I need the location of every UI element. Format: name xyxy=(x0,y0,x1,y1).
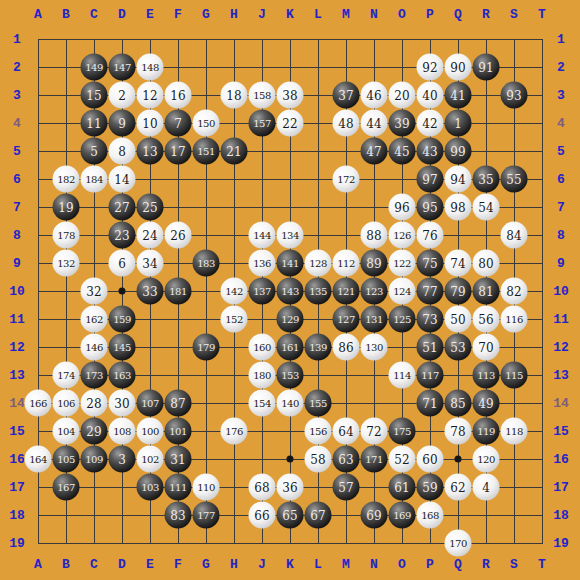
move-number: 158 xyxy=(253,90,271,100)
col-label-top-K: K xyxy=(286,7,294,22)
stone-R15-move-119: 119 xyxy=(473,418,500,445)
col-label-bottom-A: A xyxy=(34,557,42,572)
col-label-top-Q: Q xyxy=(454,7,462,22)
move-number: 41 xyxy=(450,89,465,101)
move-number: 31 xyxy=(170,453,185,465)
move-number: 56 xyxy=(478,313,493,325)
col-label-bottom-G: G xyxy=(202,557,210,572)
move-number: 122 xyxy=(393,258,411,268)
stone-P6-move-97: 97 xyxy=(417,166,444,193)
stone-B9-move-132: 132 xyxy=(53,250,80,277)
row-label-left-8: 8 xyxy=(13,228,21,243)
stone-Q2-move-90: 90 xyxy=(445,54,472,81)
move-number: 110 xyxy=(197,482,215,492)
move-number: 4 xyxy=(482,481,490,493)
stone-E2-move-148: 148 xyxy=(137,54,164,81)
stone-P17-move-59: 59 xyxy=(417,474,444,501)
stone-N16-move-171: 171 xyxy=(361,446,388,473)
row-label-right-17: 17 xyxy=(553,480,569,495)
move-number: 88 xyxy=(366,229,381,241)
stone-E7-move-25: 25 xyxy=(137,194,164,221)
stone-N9-move-89: 89 xyxy=(361,250,388,277)
move-number: 148 xyxy=(141,62,159,72)
move-number: 40 xyxy=(422,89,437,101)
stone-G12-move-179: 179 xyxy=(193,334,220,361)
move-number: 149 xyxy=(85,62,103,72)
stone-J4-move-157: 157 xyxy=(249,110,276,137)
stone-C12-move-146: 146 xyxy=(81,334,108,361)
move-number: 168 xyxy=(421,510,439,520)
move-number: 156 xyxy=(309,426,327,436)
row-label-right-15: 15 xyxy=(553,424,569,439)
stone-D14-move-30: 30 xyxy=(109,390,136,417)
stone-R6-move-35: 35 xyxy=(473,166,500,193)
move-number: 184 xyxy=(85,174,103,184)
move-number: 118 xyxy=(505,426,523,436)
stone-N18-move-69: 69 xyxy=(361,502,388,529)
row-label-left-3: 3 xyxy=(13,88,21,103)
stone-P4-move-42: 42 xyxy=(417,110,444,137)
stone-F16-move-31: 31 xyxy=(165,446,192,473)
move-number: 55 xyxy=(506,173,521,185)
move-number: 125 xyxy=(393,314,411,324)
col-label-bottom-O: O xyxy=(398,557,406,572)
move-number: 37 xyxy=(338,89,353,101)
move-number: 23 xyxy=(114,229,129,241)
move-number: 30 xyxy=(114,397,129,409)
stone-K12-move-161: 161 xyxy=(277,334,304,361)
col-label-top-T: T xyxy=(538,7,546,22)
row-label-right-18: 18 xyxy=(553,508,569,523)
stone-M6-move-172: 172 xyxy=(333,166,360,193)
stone-K14-move-140: 140 xyxy=(277,390,304,417)
move-number: 32 xyxy=(86,285,101,297)
move-number: 9 xyxy=(118,117,126,129)
stone-L16-move-58: 58 xyxy=(305,446,332,473)
stone-L14-move-155: 155 xyxy=(305,390,332,417)
stone-S3-move-93: 93 xyxy=(501,82,528,109)
stone-O11-move-125: 125 xyxy=(389,306,416,333)
move-number: 177 xyxy=(197,510,215,520)
stone-J3-move-158: 158 xyxy=(249,82,276,109)
move-number: 82 xyxy=(506,285,521,297)
move-number: 73 xyxy=(422,313,437,325)
move-number: 119 xyxy=(477,426,495,436)
row-label-left-17: 17 xyxy=(9,480,25,495)
col-label-bottom-B: B xyxy=(62,557,70,572)
move-number: 76 xyxy=(422,229,437,241)
col-label-top-O: O xyxy=(398,7,406,22)
move-number: 26 xyxy=(170,229,185,241)
move-number: 155 xyxy=(309,398,327,408)
col-label-bottom-T: T xyxy=(538,557,546,572)
col-label-bottom-P: P xyxy=(426,557,434,572)
stone-K11-move-129: 129 xyxy=(277,306,304,333)
move-number: 86 xyxy=(338,341,353,353)
move-number: 94 xyxy=(450,173,465,185)
move-number: 7 xyxy=(174,117,182,129)
stone-F18-move-83: 83 xyxy=(165,502,192,529)
stone-N15-move-72: 72 xyxy=(361,418,388,445)
stone-O17-move-61: 61 xyxy=(389,474,416,501)
stone-Q19-move-170: 170 xyxy=(445,530,472,557)
stone-N3-move-46: 46 xyxy=(361,82,388,109)
move-number: 72 xyxy=(366,425,381,437)
stone-B13-move-174: 174 xyxy=(53,362,80,389)
stone-D8-move-23: 23 xyxy=(109,222,136,249)
col-label-top-R: R xyxy=(482,7,490,22)
row-label-left-13: 13 xyxy=(9,368,25,383)
move-number: 182 xyxy=(57,174,75,184)
row-label-left-5: 5 xyxy=(13,144,21,159)
col-label-top-G: G xyxy=(202,7,210,22)
col-label-bottom-E: E xyxy=(146,557,154,572)
stone-H3-move-18: 18 xyxy=(221,82,248,109)
stone-Q14-move-85: 85 xyxy=(445,390,472,417)
move-number: 139 xyxy=(309,342,327,352)
move-number: 179 xyxy=(197,342,215,352)
stone-P12-move-51: 51 xyxy=(417,334,444,361)
stone-F15-move-101: 101 xyxy=(165,418,192,445)
stone-M17-move-57: 57 xyxy=(333,474,360,501)
move-number: 10 xyxy=(142,117,157,129)
move-number: 49 xyxy=(478,397,493,409)
move-number: 66 xyxy=(254,509,269,521)
row-label-right-19: 19 xyxy=(553,536,569,551)
stone-L15-move-156: 156 xyxy=(305,418,332,445)
move-number: 147 xyxy=(113,62,131,72)
move-number: 102 xyxy=(141,454,159,464)
move-number: 19 xyxy=(58,201,73,213)
stone-M10-move-121: 121 xyxy=(333,278,360,305)
col-label-top-B: B xyxy=(62,7,70,22)
star-point-Q16 xyxy=(455,456,462,463)
stone-O18-move-169: 169 xyxy=(389,502,416,529)
stone-D13-move-163: 163 xyxy=(109,362,136,389)
move-number: 6 xyxy=(118,257,126,269)
move-number: 78 xyxy=(450,425,465,437)
col-label-bottom-L: L xyxy=(314,557,322,572)
move-number: 166 xyxy=(29,398,47,408)
move-number: 98 xyxy=(450,201,465,213)
stone-E16-move-102: 102 xyxy=(137,446,164,473)
row-label-right-10: 10 xyxy=(553,284,569,299)
stone-D15-move-108: 108 xyxy=(109,418,136,445)
move-number: 16 xyxy=(170,89,185,101)
move-number: 164 xyxy=(29,454,47,464)
move-number: 142 xyxy=(225,286,243,296)
move-number: 44 xyxy=(366,117,381,129)
move-number: 90 xyxy=(450,61,465,73)
stone-K4-move-22: 22 xyxy=(277,110,304,137)
move-number: 43 xyxy=(422,145,437,157)
move-number: 115 xyxy=(505,370,523,380)
row-label-right-16: 16 xyxy=(553,452,569,467)
move-number: 108 xyxy=(113,426,131,436)
row-label-right-1: 1 xyxy=(557,32,565,47)
move-number: 129 xyxy=(281,314,299,324)
col-label-bottom-K: K xyxy=(286,557,294,572)
stone-P18-move-168: 168 xyxy=(417,502,444,529)
col-label-top-D: D xyxy=(118,7,126,22)
move-number: 50 xyxy=(450,313,465,325)
move-number: 5 xyxy=(90,145,98,157)
stone-L12-move-139: 139 xyxy=(305,334,332,361)
stone-S13-move-115: 115 xyxy=(501,362,528,389)
stone-D7-move-27: 27 xyxy=(109,194,136,221)
stone-R11-move-56: 56 xyxy=(473,306,500,333)
row-label-right-4: 4 xyxy=(557,116,565,131)
stone-S15-move-118: 118 xyxy=(501,418,528,445)
move-number: 136 xyxy=(253,258,271,268)
row-label-left-7: 7 xyxy=(13,200,21,215)
move-number: 157 xyxy=(253,118,271,128)
stone-G18-move-177: 177 xyxy=(193,502,220,529)
move-number: 69 xyxy=(366,509,381,521)
stone-O13-move-114: 114 xyxy=(389,362,416,389)
move-number: 84 xyxy=(506,229,521,241)
stone-O4-move-39: 39 xyxy=(389,110,416,137)
move-number: 116 xyxy=(505,314,523,324)
move-number: 117 xyxy=(421,370,439,380)
stone-Q7-move-98: 98 xyxy=(445,194,472,221)
move-number: 14 xyxy=(114,173,129,185)
stone-K3-move-38: 38 xyxy=(277,82,304,109)
move-number: 171 xyxy=(365,454,383,464)
move-number: 120 xyxy=(477,454,495,464)
col-label-top-M: M xyxy=(342,7,350,22)
move-number: 75 xyxy=(422,257,437,269)
move-number: 103 xyxy=(141,482,159,492)
stone-F14-move-87: 87 xyxy=(165,390,192,417)
stone-C2-move-149: 149 xyxy=(81,54,108,81)
stone-M15-move-64: 64 xyxy=(333,418,360,445)
stone-B17-move-167: 167 xyxy=(53,474,80,501)
stone-G5-move-151: 151 xyxy=(193,138,220,165)
row-label-left-15: 15 xyxy=(9,424,25,439)
move-number: 134 xyxy=(281,230,299,240)
move-number: 89 xyxy=(366,257,381,269)
move-number: 114 xyxy=(393,370,411,380)
stone-P9-move-75: 75 xyxy=(417,250,444,277)
stone-R12-move-70: 70 xyxy=(473,334,500,361)
move-number: 99 xyxy=(450,145,465,157)
stone-B15-move-104: 104 xyxy=(53,418,80,445)
stone-R7-move-54: 54 xyxy=(473,194,500,221)
col-label-bottom-F: F xyxy=(174,557,182,572)
stone-P11-move-73: 73 xyxy=(417,306,444,333)
move-number: 28 xyxy=(86,397,101,409)
stone-P14-move-71: 71 xyxy=(417,390,444,417)
row-label-right-2: 2 xyxy=(557,60,565,75)
stone-A14-move-166: 166 xyxy=(25,390,52,417)
move-number: 101 xyxy=(169,426,187,436)
stone-K18-move-65: 65 xyxy=(277,502,304,529)
stone-R17-move-4: 4 xyxy=(473,474,500,501)
move-number: 68 xyxy=(254,481,269,493)
stone-E8-move-24: 24 xyxy=(137,222,164,249)
move-number: 52 xyxy=(394,453,409,465)
move-number: 104 xyxy=(57,426,75,436)
col-label-bottom-N: N xyxy=(370,557,378,572)
row-label-left-6: 6 xyxy=(13,172,21,187)
col-label-top-C: C xyxy=(90,7,98,22)
move-number: 24 xyxy=(142,229,157,241)
move-number: 141 xyxy=(281,258,299,268)
stone-B7-move-19: 19 xyxy=(53,194,80,221)
move-number: 46 xyxy=(366,89,381,101)
stone-M3-move-37: 37 xyxy=(333,82,360,109)
move-number: 150 xyxy=(197,118,215,128)
row-label-right-14: 14 xyxy=(553,396,569,411)
move-number: 35 xyxy=(478,173,493,185)
stone-B6-move-182: 182 xyxy=(53,166,80,193)
move-number: 100 xyxy=(141,426,159,436)
stone-S8-move-84: 84 xyxy=(501,222,528,249)
stone-B16-move-105: 105 xyxy=(53,446,80,473)
stone-J12-move-160: 160 xyxy=(249,334,276,361)
move-number: 181 xyxy=(169,286,187,296)
row-label-right-11: 11 xyxy=(553,312,569,327)
stone-L18-move-67: 67 xyxy=(305,502,332,529)
stone-C15-move-29: 29 xyxy=(81,418,108,445)
stone-P16-move-60: 60 xyxy=(417,446,444,473)
move-number: 71 xyxy=(422,397,437,409)
move-number: 92 xyxy=(422,61,437,73)
stone-G9-move-183: 183 xyxy=(193,250,220,277)
move-number: 96 xyxy=(394,201,409,213)
move-number: 175 xyxy=(393,426,411,436)
row-label-left-11: 11 xyxy=(9,312,25,327)
stone-N11-move-131: 131 xyxy=(361,306,388,333)
stone-Q3-move-41: 41 xyxy=(445,82,472,109)
move-number: 107 xyxy=(141,398,159,408)
move-number: 25 xyxy=(142,201,157,213)
move-number: 79 xyxy=(450,285,465,297)
move-number: 20 xyxy=(394,89,409,101)
move-number: 1 xyxy=(454,117,462,129)
stone-O10-move-124: 124 xyxy=(389,278,416,305)
stone-E14-move-107: 107 xyxy=(137,390,164,417)
move-number: 11 xyxy=(86,117,101,129)
stone-S6-move-55: 55 xyxy=(501,166,528,193)
move-number: 172 xyxy=(337,174,355,184)
stone-R10-move-81: 81 xyxy=(473,278,500,305)
stone-N4-move-44: 44 xyxy=(361,110,388,137)
stone-O16-move-52: 52 xyxy=(389,446,416,473)
move-number: 60 xyxy=(422,453,437,465)
stone-R13-move-113: 113 xyxy=(473,362,500,389)
stone-E10-move-33: 33 xyxy=(137,278,164,305)
col-label-bottom-R: R xyxy=(482,557,490,572)
stone-H5-move-21: 21 xyxy=(221,138,248,165)
stone-Q11-move-50: 50 xyxy=(445,306,472,333)
move-number: 64 xyxy=(338,425,353,437)
stone-Q17-move-62: 62 xyxy=(445,474,472,501)
stone-Q12-move-53: 53 xyxy=(445,334,472,361)
stone-F17-move-111: 111 xyxy=(165,474,192,501)
move-number: 83 xyxy=(170,509,185,521)
row-label-right-8: 8 xyxy=(557,228,565,243)
stone-D3-move-2: 2 xyxy=(109,82,136,109)
move-number: 77 xyxy=(422,285,437,297)
move-number: 47 xyxy=(366,145,381,157)
row-label-left-12: 12 xyxy=(9,340,25,355)
stone-C5-move-5: 5 xyxy=(81,138,108,165)
stone-R16-move-120: 120 xyxy=(473,446,500,473)
move-number: 48 xyxy=(338,117,353,129)
move-number: 53 xyxy=(450,341,465,353)
col-label-top-P: P xyxy=(426,7,434,22)
move-number: 132 xyxy=(57,258,75,268)
stone-E15-move-100: 100 xyxy=(137,418,164,445)
stone-C16-move-109: 109 xyxy=(81,446,108,473)
move-number: 153 xyxy=(281,370,299,380)
col-label-top-N: N xyxy=(370,7,378,22)
move-number: 85 xyxy=(450,397,465,409)
move-number: 180 xyxy=(253,370,271,380)
move-number: 70 xyxy=(478,341,493,353)
stone-M9-move-112: 112 xyxy=(333,250,360,277)
move-number: 18 xyxy=(226,89,241,101)
move-number: 183 xyxy=(197,258,215,268)
move-number: 80 xyxy=(478,257,493,269)
move-number: 161 xyxy=(281,342,299,352)
move-number: 8 xyxy=(118,145,126,157)
stone-P7-move-95: 95 xyxy=(417,194,444,221)
row-label-right-13: 13 xyxy=(553,368,569,383)
stone-O15-move-175: 175 xyxy=(389,418,416,445)
move-number: 67 xyxy=(310,509,325,521)
stone-J10-move-137: 137 xyxy=(249,278,276,305)
move-number: 160 xyxy=(253,342,271,352)
move-number: 54 xyxy=(478,201,493,213)
stone-N12-move-130: 130 xyxy=(361,334,388,361)
stone-R2-move-91: 91 xyxy=(473,54,500,81)
stone-D9-move-6: 6 xyxy=(109,250,136,277)
move-number: 59 xyxy=(422,481,437,493)
stone-Q9-move-74: 74 xyxy=(445,250,472,277)
move-number: 95 xyxy=(422,201,437,213)
col-label-top-A: A xyxy=(34,7,42,22)
row-label-right-3: 3 xyxy=(557,88,565,103)
col-label-bottom-D: D xyxy=(118,557,126,572)
stone-E4-move-10: 10 xyxy=(137,110,164,137)
move-number: 33 xyxy=(142,285,157,297)
move-number: 131 xyxy=(365,314,383,324)
stone-Q5-move-99: 99 xyxy=(445,138,472,165)
move-number: 63 xyxy=(338,453,353,465)
move-number: 130 xyxy=(365,342,383,352)
move-number: 113 xyxy=(477,370,495,380)
move-number: 124 xyxy=(393,286,411,296)
kifu-page: { "game": "go", "description": "19x19 Go… xyxy=(0,0,580,580)
move-number: 144 xyxy=(253,230,271,240)
stone-R9-move-80: 80 xyxy=(473,250,500,277)
row-label-left-19: 19 xyxy=(9,536,25,551)
stone-Q10-move-79: 79 xyxy=(445,278,472,305)
stone-K8-move-134: 134 xyxy=(277,222,304,249)
move-number: 58 xyxy=(310,453,325,465)
col-label-top-J: J xyxy=(258,7,266,22)
stone-N8-move-88: 88 xyxy=(361,222,388,249)
star-point-D10 xyxy=(119,288,126,295)
stone-E9-move-34: 34 xyxy=(137,250,164,277)
move-number: 15 xyxy=(86,89,101,101)
stone-O8-move-126: 126 xyxy=(389,222,416,249)
move-number: 57 xyxy=(338,481,353,493)
stone-O9-move-122: 122 xyxy=(389,250,416,277)
